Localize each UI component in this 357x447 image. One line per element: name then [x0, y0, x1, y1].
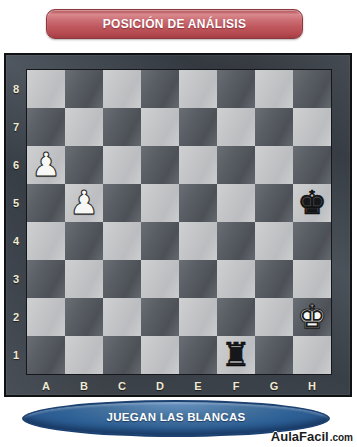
square-e4[interactable] — [179, 222, 217, 260]
analysis-banner-label: POSICIÓN DE ANÁLISIS — [103, 17, 247, 31]
chess-board[interactable]: ♟♟♚♚♜ — [26, 69, 332, 375]
square-d4[interactable] — [141, 222, 179, 260]
square-d2[interactable] — [141, 298, 179, 336]
rank-label-3: 3 — [6, 260, 26, 298]
square-b2[interactable] — [65, 298, 103, 336]
square-c1[interactable] — [103, 336, 141, 374]
square-e2[interactable] — [179, 298, 217, 336]
square-f5[interactable] — [217, 184, 255, 222]
square-c4[interactable] — [103, 222, 141, 260]
square-b5[interactable]: ♟ — [65, 184, 103, 222]
square-a5[interactable] — [27, 184, 65, 222]
black-rook-icon[interactable]: ♜ — [221, 336, 251, 374]
square-f1[interactable]: ♜ — [217, 336, 255, 374]
square-g4[interactable] — [255, 222, 293, 260]
square-a8[interactable] — [27, 70, 65, 108]
square-d7[interactable] — [141, 108, 179, 146]
rank-label-8: 8 — [6, 70, 26, 108]
white-king-icon[interactable]: ♚ — [297, 298, 327, 336]
square-c3[interactable] — [103, 260, 141, 298]
square-h2[interactable]: ♚ — [293, 298, 331, 336]
square-c5[interactable] — [103, 184, 141, 222]
file-label-a: A — [27, 376, 65, 395]
square-e3[interactable] — [179, 260, 217, 298]
rank-label-6: 6 — [6, 146, 26, 184]
square-h4[interactable] — [293, 222, 331, 260]
square-a2[interactable] — [27, 298, 65, 336]
watermark-name: AulaFacil — [271, 429, 329, 444]
square-e1[interactable] — [179, 336, 217, 374]
square-a3[interactable] — [27, 260, 65, 298]
square-c6[interactable] — [103, 146, 141, 184]
file-label-g: G — [255, 376, 293, 395]
square-b8[interactable] — [65, 70, 103, 108]
white-pawn-icon[interactable]: ♟ — [31, 146, 61, 184]
square-e7[interactable] — [179, 108, 217, 146]
square-h3[interactable] — [293, 260, 331, 298]
square-f6[interactable] — [217, 146, 255, 184]
square-f2[interactable] — [217, 298, 255, 336]
square-f8[interactable] — [217, 70, 255, 108]
square-b6[interactable] — [65, 146, 103, 184]
file-labels: ABCDEFGH — [27, 376, 331, 395]
watermark: AulaFacil .com — [271, 429, 353, 444]
square-c7[interactable] — [103, 108, 141, 146]
rank-label-2: 2 — [6, 298, 26, 336]
square-b4[interactable] — [65, 222, 103, 260]
square-a4[interactable] — [27, 222, 65, 260]
chess-board-frame: 87654321 ♟♟♚♚♜ ABCDEFGH — [4, 53, 352, 397]
file-label-f: F — [217, 376, 255, 395]
square-b3[interactable] — [65, 260, 103, 298]
rank-labels: 87654321 — [6, 70, 26, 374]
file-label-d: D — [141, 376, 179, 395]
square-g8[interactable] — [255, 70, 293, 108]
square-a6[interactable]: ♟ — [27, 146, 65, 184]
square-f3[interactable] — [217, 260, 255, 298]
square-d5[interactable] — [141, 184, 179, 222]
square-h1[interactable] — [293, 336, 331, 374]
page: POSICIÓN DE ANÁLISIS 87654321 ♟♟♚♚♜ ABCD… — [0, 0, 357, 447]
square-d1[interactable] — [141, 336, 179, 374]
turn-banner-label: JUEGAN LAS BLANCAS — [107, 411, 246, 423]
square-g5[interactable] — [255, 184, 293, 222]
file-label-b: B — [65, 376, 103, 395]
square-c8[interactable] — [103, 70, 141, 108]
square-e5[interactable] — [179, 184, 217, 222]
square-f7[interactable] — [217, 108, 255, 146]
square-b7[interactable] — [65, 108, 103, 146]
square-f4[interactable] — [217, 222, 255, 260]
square-g6[interactable] — [255, 146, 293, 184]
file-label-h: H — [293, 376, 331, 395]
rank-label-5: 5 — [6, 184, 26, 222]
rank-label-1: 1 — [6, 336, 26, 374]
square-b1[interactable] — [65, 336, 103, 374]
square-e6[interactable] — [179, 146, 217, 184]
square-h5[interactable]: ♚ — [293, 184, 331, 222]
file-label-e: E — [179, 376, 217, 395]
black-king-icon[interactable]: ♚ — [297, 184, 327, 222]
square-e8[interactable] — [179, 70, 217, 108]
square-g1[interactable] — [255, 336, 293, 374]
square-h6[interactable] — [293, 146, 331, 184]
square-c2[interactable] — [103, 298, 141, 336]
square-g3[interactable] — [255, 260, 293, 298]
square-g2[interactable] — [255, 298, 293, 336]
watermark-tld: .com — [330, 432, 353, 443]
square-d8[interactable] — [141, 70, 179, 108]
square-a1[interactable] — [27, 336, 65, 374]
rank-label-7: 7 — [6, 108, 26, 146]
file-label-c: C — [103, 376, 141, 395]
square-g7[interactable] — [255, 108, 293, 146]
analysis-banner: POSICIÓN DE ANÁLISIS — [46, 9, 303, 39]
square-a7[interactable] — [27, 108, 65, 146]
white-pawn-icon[interactable]: ♟ — [69, 184, 99, 222]
rank-label-4: 4 — [6, 222, 26, 260]
square-h7[interactable] — [293, 108, 331, 146]
square-d6[interactable] — [141, 146, 179, 184]
square-d3[interactable] — [141, 260, 179, 298]
square-h8[interactable] — [293, 70, 331, 108]
